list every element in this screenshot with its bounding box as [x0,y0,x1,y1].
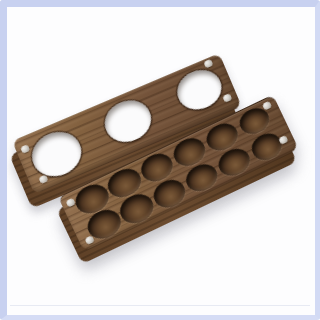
lid-storage-hole-1[interactable] [25,124,88,183]
board-magnet-3 [278,135,288,145]
lid-magnet-2 [203,58,213,68]
mancala-set [0,0,320,320]
lid-storage-hole-2[interactable] [98,94,157,149]
lid-storage-hole-3[interactable] [171,64,227,117]
product-photo-canvas [0,0,320,320]
lid-magnet-3 [222,93,232,103]
board-magnet-1 [65,197,75,207]
board-magnet-2 [262,100,272,110]
lid-magnet-1 [20,144,30,154]
